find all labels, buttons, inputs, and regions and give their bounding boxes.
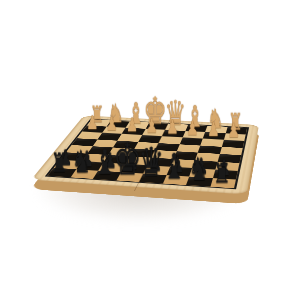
white-bishop-piece: ♝ (186, 102, 205, 131)
board-grid: ♜♞♝♚♛♝♞♜♟♟♟♟♟♟♟♟♟♟♟♟♟♟♟♟♜♞♝♚♛♝♞♜ (45, 119, 249, 190)
white-bishop-piece: ♝ (126, 99, 145, 128)
board-square (147, 157, 173, 166)
white-rook-piece: ♜ (228, 111, 243, 134)
white-knight-piece: ♞ (108, 101, 125, 127)
board-square (198, 145, 222, 153)
white-rook-piece: ♜ (90, 103, 104, 125)
board-square (176, 144, 200, 152)
white-king-piece: ♚ (143, 92, 167, 129)
board-square: ♜ (210, 178, 236, 188)
board-square: ♞ (186, 176, 212, 186)
white-knight-piece: ♞ (207, 106, 224, 132)
board-square: ♝ (162, 175, 189, 185)
board-square: ♟ (54, 160, 82, 169)
product-photo-scene: ♜♞♝♚♛♝♞♜♟♟♟♟♟♟♟♟♟♟♟♟♟♟♟♟♜♞♝♚♛♝♞♜ (0, 0, 300, 300)
